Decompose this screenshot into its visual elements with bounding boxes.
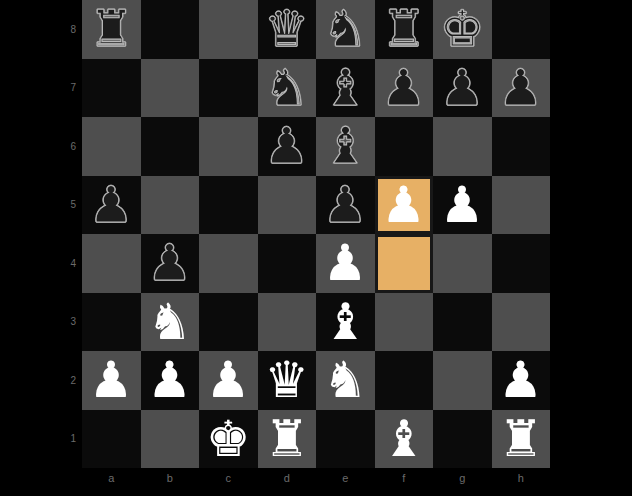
square-g4[interactable]: [433, 234, 492, 293]
square-a2[interactable]: ♟: [82, 351, 141, 410]
square-h8[interactable]: [492, 0, 551, 59]
square-h3[interactable]: [492, 293, 551, 352]
square-g6[interactable]: [433, 117, 492, 176]
piece-black-knight-e8[interactable]: ♞: [323, 0, 368, 58]
piece-white-pawn-e4[interactable]: ♟: [323, 234, 368, 292]
piece-white-pawn-a2[interactable]: ♟: [89, 351, 134, 409]
chess-app-window: 87654321 ♜♛♞♜♚♞♝♟♟♟♟♝♟♟♟♟♟♟♞♝♟♟♟♛♞♟♚♜♝♜ …: [0, 0, 632, 496]
chess-board[interactable]: ♜♛♞♜♚♞♝♟♟♟♟♝♟♟♟♟♟♟♞♝♟♟♟♛♞♟♚♜♝♜: [82, 0, 550, 468]
square-d3[interactable]: [258, 293, 317, 352]
piece-black-pawn-h7[interactable]: ♟: [498, 59, 543, 117]
square-d8[interactable]: ♛: [258, 0, 317, 59]
square-e7[interactable]: ♝: [316, 59, 375, 118]
square-g8[interactable]: ♚: [433, 0, 492, 59]
piece-white-pawn-c2[interactable]: ♟: [206, 351, 251, 409]
piece-white-rook-h1[interactable]: ♜: [498, 410, 543, 468]
square-d6[interactable]: ♟: [258, 117, 317, 176]
rank-label-2: 2: [0, 351, 80, 410]
square-g5[interactable]: ♟: [433, 176, 492, 235]
piece-white-knight-b3[interactable]: ♞: [147, 293, 192, 351]
rank-label-8: 8: [0, 0, 80, 59]
square-d5[interactable]: [258, 176, 317, 235]
piece-white-pawn-h2[interactable]: ♟: [498, 351, 543, 409]
square-g7[interactable]: ♟: [433, 59, 492, 118]
piece-white-pawn-g5[interactable]: ♟: [440, 176, 485, 234]
square-a8[interactable]: ♜: [82, 0, 141, 59]
square-c4[interactable]: [199, 234, 258, 293]
square-e5[interactable]: ♟: [316, 176, 375, 235]
square-f3[interactable]: [375, 293, 434, 352]
square-b8[interactable]: [141, 0, 200, 59]
square-a6[interactable]: [82, 117, 141, 176]
square-c5[interactable]: [199, 176, 258, 235]
square-c7[interactable]: [199, 59, 258, 118]
square-g3[interactable]: [433, 293, 492, 352]
square-a3[interactable]: [82, 293, 141, 352]
file-labels: abcdefgh: [82, 468, 550, 488]
square-e4[interactable]: ♟: [316, 234, 375, 293]
square-h6[interactable]: [492, 117, 551, 176]
file-label-e: e: [316, 468, 375, 488]
square-f5[interactable]: ♟: [375, 176, 434, 235]
rank-label-4: 4: [0, 234, 80, 293]
rank-label-3: 3: [0, 293, 80, 352]
piece-white-knight-e2[interactable]: ♞: [323, 351, 368, 409]
piece-black-queen-d8[interactable]: ♛: [264, 0, 309, 58]
square-h7[interactable]: ♟: [492, 59, 551, 118]
square-d2[interactable]: ♛: [258, 351, 317, 410]
square-a4[interactable]: [82, 234, 141, 293]
piece-black-rook-f8[interactable]: ♜: [381, 0, 426, 58]
square-b2[interactable]: ♟: [141, 351, 200, 410]
square-c2[interactable]: ♟: [199, 351, 258, 410]
square-d1[interactable]: ♜: [258, 410, 317, 469]
square-h2[interactable]: ♟: [492, 351, 551, 410]
rank-label-6: 6: [0, 117, 80, 176]
piece-white-king-c1[interactable]: ♚: [206, 410, 251, 468]
piece-black-pawn-d6[interactable]: ♟: [264, 117, 309, 175]
piece-black-knight-d7[interactable]: ♞: [264, 59, 309, 117]
square-a1[interactable]: [82, 410, 141, 469]
piece-black-rook-a8[interactable]: ♜: [89, 0, 134, 58]
square-e6[interactable]: ♝: [316, 117, 375, 176]
piece-white-queen-d2[interactable]: ♛: [264, 351, 309, 409]
square-e8[interactable]: ♞: [316, 0, 375, 59]
piece-black-bishop-e6[interactable]: ♝: [323, 117, 368, 175]
square-f1[interactable]: ♝: [375, 410, 434, 469]
piece-black-pawn-f7[interactable]: ♟: [381, 59, 426, 117]
square-b4[interactable]: ♟: [141, 234, 200, 293]
square-c3[interactable]: [199, 293, 258, 352]
square-f4[interactable]: [375, 234, 434, 293]
square-f2[interactable]: [375, 351, 434, 410]
file-label-b: b: [141, 468, 200, 488]
square-b3[interactable]: ♞: [141, 293, 200, 352]
square-e1[interactable]: [316, 410, 375, 469]
square-f7[interactable]: ♟: [375, 59, 434, 118]
rank-labels: 87654321: [0, 0, 80, 468]
piece-black-bishop-e7[interactable]: ♝: [323, 59, 368, 117]
file-label-g: g: [433, 468, 492, 488]
piece-black-pawn-e5[interactable]: ♟: [323, 176, 368, 234]
piece-black-king-g8[interactable]: ♚: [440, 0, 485, 58]
piece-white-rook-d1[interactable]: ♜: [264, 410, 309, 468]
square-h5[interactable]: [492, 176, 551, 235]
file-label-a: a: [82, 468, 141, 488]
square-e2[interactable]: ♞: [316, 351, 375, 410]
square-c8[interactable]: [199, 0, 258, 59]
rank-label-1: 1: [0, 410, 80, 469]
piece-white-bishop-e3[interactable]: ♝: [323, 293, 368, 351]
piece-white-pawn-b2[interactable]: ♟: [147, 351, 192, 409]
square-g1[interactable]: [433, 410, 492, 469]
square-e3[interactable]: ♝: [316, 293, 375, 352]
square-b7[interactable]: [141, 59, 200, 118]
square-h4[interactable]: [492, 234, 551, 293]
square-f6[interactable]: [375, 117, 434, 176]
file-label-f: f: [375, 468, 434, 488]
square-b6[interactable]: [141, 117, 200, 176]
file-label-d: d: [258, 468, 317, 488]
square-c6[interactable]: [199, 117, 258, 176]
piece-black-pawn-g7[interactable]: ♟: [440, 59, 485, 117]
rank-label-5: 5: [0, 176, 80, 235]
square-f8[interactable]: ♜: [375, 0, 434, 59]
square-b5[interactable]: [141, 176, 200, 235]
square-a7[interactable]: [82, 59, 141, 118]
square-g2[interactable]: [433, 351, 492, 410]
square-c1[interactable]: ♚: [199, 410, 258, 469]
rank-label-7: 7: [0, 59, 80, 118]
piece-black-pawn-b4[interactable]: ♟: [147, 234, 192, 292]
square-b1[interactable]: [141, 410, 200, 469]
square-a5[interactable]: ♟: [82, 176, 141, 235]
square-d4[interactable]: [258, 234, 317, 293]
square-d7[interactable]: ♞: [258, 59, 317, 118]
piece-black-pawn-a5[interactable]: ♟: [89, 176, 134, 234]
file-label-h: h: [492, 468, 551, 488]
piece-white-bishop-f1[interactable]: ♝: [381, 410, 426, 468]
square-h1[interactable]: ♜: [492, 410, 551, 469]
piece-white-pawn-f5[interactable]: ♟: [381, 176, 426, 234]
file-label-c: c: [199, 468, 258, 488]
